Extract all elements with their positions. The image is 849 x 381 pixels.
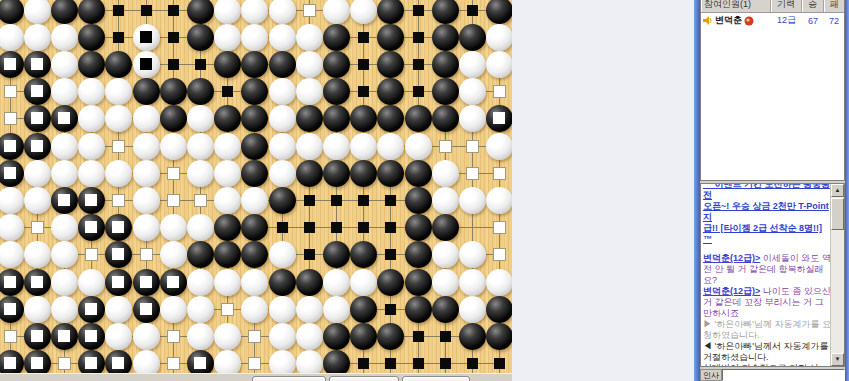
black-stone xyxy=(133,78,160,105)
white-territory-marker xyxy=(168,331,179,342)
black-stone xyxy=(51,0,78,24)
white-stone xyxy=(24,241,51,268)
chat-input[interactable] xyxy=(722,369,845,381)
dead-stone-marker xyxy=(58,112,70,124)
player-wins: 67 xyxy=(802,16,824,26)
white-stone xyxy=(133,133,160,160)
dead-black-stone[interactable] xyxy=(105,269,132,296)
white-stone xyxy=(459,78,486,105)
player-rank: 12급 xyxy=(771,14,802,27)
dead-black-stone[interactable] xyxy=(105,350,132,373)
black-territory-marker xyxy=(413,59,424,70)
white-stone xyxy=(133,214,160,241)
dead-black-stone[interactable] xyxy=(0,160,24,187)
white-stone xyxy=(51,269,78,296)
chat-message: 변덕춘(12급)> 나이도 좀 있으신 거 같은데 꼬장 부리시는 거 그만하시… xyxy=(703,286,831,319)
dead-black-stone[interactable] xyxy=(0,51,24,78)
dead-black-stone[interactable] xyxy=(160,269,187,296)
dead-black-stone[interactable] xyxy=(187,350,214,373)
black-territory-marker xyxy=(331,195,342,206)
black-stone xyxy=(241,214,268,241)
bottom-button-3[interactable] xyxy=(402,376,470,381)
white-stone xyxy=(214,24,241,51)
white-stone xyxy=(241,24,268,51)
white-stone xyxy=(459,269,486,296)
header-rank: 기력 xyxy=(771,0,802,12)
dead-black-stone[interactable] xyxy=(0,133,24,160)
header-losses: 패 xyxy=(824,0,844,12)
chat-scrollbar[interactable]: ▲ ▼ xyxy=(830,184,844,366)
white-stone xyxy=(105,296,132,323)
black-territory-marker xyxy=(168,32,179,43)
black-stone xyxy=(269,187,296,214)
player-losses: 72 xyxy=(824,16,844,26)
black-stone xyxy=(432,105,459,132)
white-stone xyxy=(214,160,241,187)
workspace-background xyxy=(512,0,694,381)
black-stone xyxy=(405,187,432,214)
white-territory-marker xyxy=(494,249,505,260)
white-territory-marker xyxy=(59,358,70,369)
white-stone xyxy=(105,160,132,187)
white-stone xyxy=(0,187,24,214)
white-stone xyxy=(486,187,512,214)
event-notice-link[interactable]: 급!! [타이젬 2급 선착순 8명!!] ™ xyxy=(703,223,831,245)
white-stone xyxy=(432,160,459,187)
white-stone xyxy=(133,105,160,132)
white-stone xyxy=(187,323,214,350)
white-stone xyxy=(187,133,214,160)
white-stone xyxy=(0,24,24,51)
dead-black-stone[interactable] xyxy=(24,105,51,132)
white-stone xyxy=(486,51,512,78)
white-stone xyxy=(296,323,323,350)
black-stone xyxy=(350,105,377,132)
white-stone xyxy=(296,78,323,105)
black-stone xyxy=(105,51,132,78)
black-stone xyxy=(187,78,214,105)
black-stone xyxy=(323,105,350,132)
white-stone xyxy=(51,133,78,160)
black-territory-marker xyxy=(358,59,369,70)
white-stone xyxy=(133,160,160,187)
black-stone xyxy=(432,78,459,105)
white-territory-marker xyxy=(113,195,124,206)
dead-black-stone[interactable] xyxy=(0,350,24,373)
dead-stone-marker xyxy=(58,194,70,206)
black-territory-marker xyxy=(440,331,451,342)
black-territory-marker xyxy=(168,5,179,16)
header-participants: 참여인원(1) xyxy=(701,0,771,12)
black-territory-marker xyxy=(304,222,315,233)
scroll-thumb[interactable] xyxy=(831,198,844,230)
white-stone xyxy=(296,24,323,51)
white-stone xyxy=(133,323,160,350)
white-stone xyxy=(78,133,105,160)
white-stone xyxy=(459,296,486,323)
white-territory-marker xyxy=(113,141,124,152)
dead-black-stone[interactable] xyxy=(24,133,51,160)
black-stone xyxy=(350,160,377,187)
chat-message: ◀ '하은아빠'님께서 자동계가를 거절하셨습니다. xyxy=(703,341,831,363)
white-stone xyxy=(105,323,132,350)
white-stone xyxy=(486,133,512,160)
white-stone xyxy=(24,0,51,24)
black-stone xyxy=(0,0,24,24)
dead-stone-marker xyxy=(112,276,124,288)
black-stone xyxy=(187,241,214,268)
white-stone xyxy=(51,160,78,187)
white-stone xyxy=(187,296,214,323)
white-territory-marker xyxy=(32,222,43,233)
black-stone xyxy=(214,105,241,132)
chat-message: 상대방이 지속적으로 거절 시 xyxy=(703,363,831,367)
white-stone xyxy=(269,323,296,350)
dead-black-stone[interactable] xyxy=(51,323,78,350)
black-stone xyxy=(405,241,432,268)
white-territory-marker xyxy=(249,331,260,342)
scroll-down-button[interactable]: ▼ xyxy=(831,353,844,366)
white-stone xyxy=(432,269,459,296)
white-stone xyxy=(51,296,78,323)
black-territory-marker xyxy=(494,358,505,369)
white-territory-marker xyxy=(86,249,97,260)
black-stone xyxy=(323,160,350,187)
black-stone xyxy=(405,214,432,241)
dead-stone-marker xyxy=(112,357,124,369)
white-stone xyxy=(24,187,51,214)
dead-stone-marker xyxy=(194,357,206,369)
black-stone xyxy=(350,323,377,350)
black-stone xyxy=(78,24,105,51)
dead-black-stone[interactable] xyxy=(78,214,105,241)
white-stone xyxy=(269,296,296,323)
dead-stone-marker xyxy=(85,194,97,206)
black-territory-marker xyxy=(385,358,396,369)
dead-stone-marker xyxy=(4,276,16,288)
dead-white-stone[interactable] xyxy=(133,24,160,51)
white-stone xyxy=(133,187,160,214)
dead-stone-marker xyxy=(31,85,43,97)
black-stone xyxy=(296,105,323,132)
white-stone xyxy=(214,187,241,214)
white-stone xyxy=(269,133,296,160)
dead-stone-marker xyxy=(31,330,43,342)
white-stone xyxy=(78,160,105,187)
black-stone xyxy=(486,296,512,323)
white-stone xyxy=(78,269,105,296)
black-stone xyxy=(432,24,459,51)
black-stone xyxy=(296,269,323,296)
black-stone xyxy=(323,24,350,51)
black-territory-marker xyxy=(304,249,315,260)
white-stone xyxy=(323,269,350,296)
black-stone xyxy=(214,241,241,268)
white-stone xyxy=(241,0,268,24)
white-stone xyxy=(269,24,296,51)
black-stone xyxy=(377,160,404,187)
white-stone xyxy=(459,241,486,268)
black-stone xyxy=(405,160,432,187)
black-territory-marker xyxy=(113,5,124,16)
dead-black-stone[interactable] xyxy=(78,187,105,214)
dead-stone-marker xyxy=(167,276,179,288)
white-stone xyxy=(78,78,105,105)
header-wins: 승 xyxy=(802,0,824,12)
participant-list-header: 참여인원(1) 기력 승 패 xyxy=(701,0,844,13)
black-stone xyxy=(214,51,241,78)
white-territory-marker xyxy=(168,195,179,206)
black-stone xyxy=(350,241,377,268)
participant-list: 참여인원(1) 기력 승 패 변덕춘 12급 67 72 xyxy=(700,0,845,181)
event-notice-link[interactable]: 오픈~! 우승 상금 2천만 T-Point 지 xyxy=(703,201,831,223)
white-stone xyxy=(323,296,350,323)
go-board[interactable] xyxy=(0,0,512,373)
black-stone xyxy=(241,78,268,105)
dead-stone-marker xyxy=(4,357,16,369)
white-stone xyxy=(160,241,187,268)
dead-stone-marker xyxy=(31,276,43,288)
black-territory-marker xyxy=(385,249,396,260)
black-stone xyxy=(269,51,296,78)
white-stone xyxy=(105,78,132,105)
player-row[interactable]: 변덕춘 12급 67 72 xyxy=(701,13,844,28)
black-stone xyxy=(377,323,404,350)
white-territory-marker xyxy=(440,141,451,152)
chat-messages: ™ 이벤트 기간 도전하는 왕중왕전오픈~! 우승 상금 2천만 T-Point… xyxy=(703,183,831,367)
black-stone xyxy=(350,296,377,323)
black-stone xyxy=(78,51,105,78)
white-stone xyxy=(105,105,132,132)
dead-stone-marker xyxy=(4,58,16,70)
black-territory-marker xyxy=(467,358,478,369)
dead-stone-marker xyxy=(112,248,124,260)
dead-black-stone[interactable] xyxy=(51,187,78,214)
black-stone xyxy=(160,78,187,105)
black-stone xyxy=(377,269,404,296)
white-stone xyxy=(187,160,214,187)
black-territory-marker xyxy=(331,222,342,233)
panel-blue-border-right xyxy=(845,0,849,381)
dead-stone-marker xyxy=(85,221,97,233)
white-stone xyxy=(459,51,486,78)
white-stone xyxy=(350,133,377,160)
black-territory-marker xyxy=(358,86,369,97)
dead-stone-marker xyxy=(85,303,97,315)
bottom-button-2[interactable] xyxy=(329,376,399,381)
black-stone xyxy=(323,241,350,268)
white-territory-marker xyxy=(249,358,260,369)
bottom-button-1[interactable] xyxy=(252,376,326,381)
dead-stone-marker xyxy=(31,357,43,369)
black-territory-marker xyxy=(113,32,124,43)
dead-black-stone[interactable] xyxy=(105,241,132,268)
chat-nick-link[interactable]: 변덕춘(12급)> xyxy=(703,253,760,263)
chat-input-row: 인사말 xyxy=(700,369,845,381)
black-territory-marker xyxy=(277,222,288,233)
player-name[interactable]: 변덕춘 xyxy=(715,14,742,27)
white-stone xyxy=(78,105,105,132)
white-territory-marker xyxy=(222,304,233,315)
black-territory-marker xyxy=(385,195,396,206)
black-territory-marker xyxy=(358,222,369,233)
dead-black-stone[interactable] xyxy=(133,296,160,323)
black-stone xyxy=(241,133,268,160)
white-stone xyxy=(432,187,459,214)
speaker-icon xyxy=(703,16,713,25)
white-stone xyxy=(269,0,296,24)
black-stone xyxy=(377,51,404,78)
white-stone xyxy=(51,78,78,105)
white-stone xyxy=(269,105,296,132)
white-stone xyxy=(486,269,512,296)
white-stone xyxy=(323,133,350,160)
dead-stone-marker xyxy=(31,140,43,152)
white-stone xyxy=(160,214,187,241)
black-territory-marker xyxy=(440,358,451,369)
black-territory-marker xyxy=(358,358,369,369)
white-stone xyxy=(296,133,323,160)
black-territory-marker xyxy=(385,304,396,315)
player-avatar-icon xyxy=(744,16,754,26)
black-territory-marker xyxy=(168,59,179,70)
white-stone xyxy=(241,187,268,214)
black-stone xyxy=(214,214,241,241)
dead-stone-marker xyxy=(4,167,16,179)
black-stone xyxy=(432,51,459,78)
white-stone xyxy=(214,269,241,296)
white-territory-marker xyxy=(494,86,505,97)
black-stone xyxy=(405,269,432,296)
black-territory-marker xyxy=(413,5,424,16)
dead-black-stone[interactable] xyxy=(78,296,105,323)
white-stone xyxy=(350,0,377,24)
black-stone xyxy=(459,24,486,51)
dead-black-stone[interactable] xyxy=(78,350,105,373)
white-stone xyxy=(187,105,214,132)
right-side-panel: 참여인원(1) 기력 승 패 변덕춘 12급 67 72 xyxy=(694,0,849,381)
white-stone xyxy=(51,51,78,78)
black-stone xyxy=(432,0,459,24)
dead-black-stone[interactable] xyxy=(24,51,51,78)
event-notice-link[interactable]: ™ 이벤트 기간 도전하는 왕중왕전 xyxy=(703,183,831,201)
white-stone xyxy=(133,350,160,373)
game-client-window: 참여인원(1) 기력 승 패 변덕춘 12급 67 72 xyxy=(0,0,849,381)
dead-black-stone[interactable] xyxy=(51,105,78,132)
dead-stone-marker xyxy=(31,112,43,124)
white-stone xyxy=(160,133,187,160)
black-stone xyxy=(323,78,350,105)
white-stone xyxy=(214,133,241,160)
dead-black-stone[interactable] xyxy=(0,269,24,296)
white-stone xyxy=(296,296,323,323)
black-territory-marker xyxy=(358,32,369,43)
white-stone xyxy=(160,296,187,323)
dead-stone-marker xyxy=(140,31,152,43)
black-stone xyxy=(323,323,350,350)
black-stone xyxy=(377,105,404,132)
black-stone xyxy=(377,78,404,105)
white-stone xyxy=(296,350,323,373)
dead-stone-marker xyxy=(112,221,124,233)
white-stone xyxy=(269,350,296,373)
white-stone xyxy=(24,160,51,187)
dead-black-stone[interactable] xyxy=(24,269,51,296)
dead-black-stone[interactable] xyxy=(24,323,51,350)
white-territory-marker xyxy=(141,249,152,260)
white-stone xyxy=(459,105,486,132)
white-stone xyxy=(51,214,78,241)
dead-white-stone[interactable] xyxy=(133,51,160,78)
dead-stone-marker xyxy=(31,58,43,70)
white-territory-marker xyxy=(195,195,206,206)
black-territory-marker xyxy=(358,195,369,206)
spacer xyxy=(703,245,831,253)
white-stone xyxy=(51,241,78,268)
white-stone xyxy=(432,241,459,268)
chat-message: ▶ '하은아빠'님께 자동계가를 요청하였습니다. xyxy=(703,319,831,341)
black-stone xyxy=(432,214,459,241)
white-stone xyxy=(241,296,268,323)
black-stone xyxy=(269,269,296,296)
white-stone xyxy=(24,24,51,51)
dead-black-stone[interactable] xyxy=(24,78,51,105)
chat-nick-link[interactable]: 변덕춘(12급)> xyxy=(703,286,760,296)
white-stone xyxy=(24,296,51,323)
dead-black-stone[interactable] xyxy=(24,350,51,373)
dead-stone-marker xyxy=(140,58,152,70)
white-stone xyxy=(241,269,268,296)
scroll-up-button[interactable]: ▲ xyxy=(831,184,844,197)
white-stone xyxy=(214,350,241,373)
black-stone xyxy=(323,51,350,78)
dead-stone-marker xyxy=(4,140,16,152)
dead-black-stone[interactable] xyxy=(78,323,105,350)
dead-black-stone[interactable] xyxy=(133,269,160,296)
black-stone xyxy=(187,0,214,24)
white-territory-marker xyxy=(494,168,505,179)
black-stone xyxy=(187,24,214,51)
black-territory-marker xyxy=(222,86,233,97)
black-territory-marker xyxy=(467,5,478,16)
white-territory-marker xyxy=(467,168,478,179)
white-territory-marker xyxy=(5,113,16,124)
dead-black-stone[interactable] xyxy=(0,296,24,323)
black-stone xyxy=(432,296,459,323)
black-territory-marker xyxy=(141,5,152,16)
white-stone xyxy=(214,0,241,24)
dead-stone-marker xyxy=(4,303,16,315)
dead-black-stone[interactable] xyxy=(486,105,512,132)
white-stone xyxy=(350,269,377,296)
white-stone xyxy=(296,51,323,78)
white-territory-marker xyxy=(5,331,16,342)
black-territory-marker xyxy=(304,195,315,206)
black-stone xyxy=(377,0,404,24)
black-stone xyxy=(241,51,268,78)
black-stone xyxy=(78,0,105,24)
dead-black-stone[interactable] xyxy=(105,214,132,241)
white-territory-marker xyxy=(304,5,315,16)
black-stone xyxy=(296,160,323,187)
black-stone xyxy=(377,24,404,51)
chat-message: 변덕춘(12급)> 이세돌이 와도 역전 안 될 거 같은데 항복하실래요? xyxy=(703,253,831,286)
black-stone xyxy=(459,323,486,350)
black-territory-marker xyxy=(413,86,424,97)
dead-stone-marker xyxy=(140,303,152,315)
white-stone xyxy=(0,241,24,268)
white-territory-marker xyxy=(5,86,16,97)
